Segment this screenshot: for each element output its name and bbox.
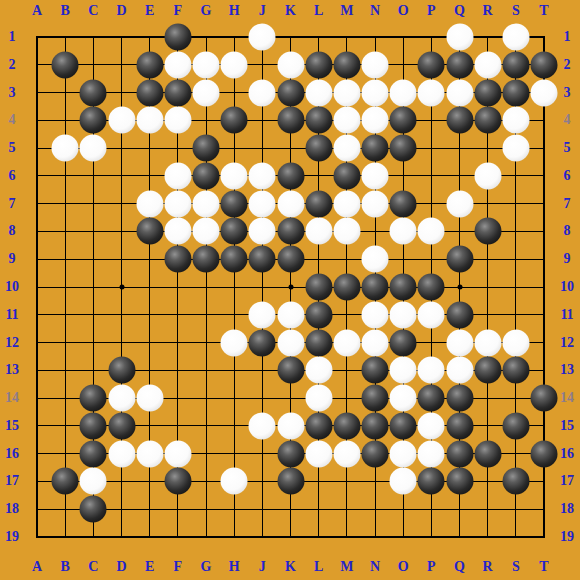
intersection-L2 bbox=[305, 51, 333, 79]
intersection-D18[interactable] bbox=[108, 495, 136, 523]
intersection-A4[interactable] bbox=[23, 106, 51, 134]
intersection-B2 bbox=[51, 51, 79, 79]
intersection-S3 bbox=[502, 79, 530, 107]
intersection-T11[interactable] bbox=[530, 301, 558, 329]
intersection-T18[interactable] bbox=[530, 495, 558, 523]
white-stone-B5 bbox=[52, 135, 79, 162]
intersection-A7[interactable] bbox=[23, 190, 51, 218]
white-stone-K2 bbox=[277, 51, 304, 78]
intersection-G18[interactable] bbox=[192, 495, 220, 523]
intersection-L6[interactable] bbox=[305, 162, 333, 190]
intersection-K19[interactable] bbox=[277, 523, 305, 551]
intersection-B15[interactable] bbox=[51, 412, 79, 440]
white-stone-F8 bbox=[164, 218, 191, 245]
intersection-T10[interactable] bbox=[530, 273, 558, 301]
intersection-E15[interactable] bbox=[136, 412, 164, 440]
row-label-right-11: 11 bbox=[560, 308, 573, 322]
black-stone-G9 bbox=[193, 246, 220, 273]
intersection-G19[interactable] bbox=[192, 523, 220, 551]
intersection-Q6[interactable] bbox=[446, 162, 474, 190]
intersection-P4[interactable] bbox=[417, 106, 445, 134]
intersection-D3[interactable] bbox=[108, 79, 136, 107]
black-stone-F3 bbox=[164, 79, 191, 106]
intersection-T2 bbox=[530, 51, 558, 79]
intersection-R4 bbox=[474, 106, 502, 134]
intersection-E1[interactable] bbox=[136, 23, 164, 51]
intersection-A5[interactable] bbox=[23, 134, 51, 162]
intersection-B19[interactable] bbox=[51, 523, 79, 551]
intersection-H16[interactable] bbox=[220, 440, 248, 468]
col-label-bottom-J: J bbox=[259, 560, 266, 574]
black-stone-P10 bbox=[418, 274, 445, 301]
intersection-F13[interactable] bbox=[164, 356, 192, 384]
intersection-T9[interactable] bbox=[530, 245, 558, 273]
intersection-R19[interactable] bbox=[474, 523, 502, 551]
intersection-E19[interactable] bbox=[136, 523, 164, 551]
intersection-H7 bbox=[220, 190, 248, 218]
intersection-L7 bbox=[305, 190, 333, 218]
intersection-H14[interactable] bbox=[220, 384, 248, 412]
intersection-B1[interactable] bbox=[51, 23, 79, 51]
intersection-G15[interactable] bbox=[192, 412, 220, 440]
black-stone-B17 bbox=[52, 468, 79, 495]
intersection-N1[interactable] bbox=[361, 23, 389, 51]
col-label-top-L: L bbox=[314, 4, 323, 18]
intersection-L8 bbox=[305, 217, 333, 245]
intersection-L11 bbox=[305, 301, 333, 329]
intersection-A14[interactable] bbox=[23, 384, 51, 412]
intersection-N18[interactable] bbox=[361, 495, 389, 523]
intersection-A6[interactable] bbox=[23, 162, 51, 190]
intersection-K5[interactable] bbox=[277, 134, 305, 162]
black-stone-C14 bbox=[80, 385, 107, 412]
intersection-B9[interactable] bbox=[51, 245, 79, 273]
intersection-B10[interactable] bbox=[51, 273, 79, 301]
intersection-E10[interactable] bbox=[136, 273, 164, 301]
col-label-bottom-Q: Q bbox=[454, 560, 465, 574]
intersection-G14[interactable] bbox=[192, 384, 220, 412]
intersection-S19[interactable] bbox=[502, 523, 530, 551]
intersection-S7[interactable] bbox=[502, 190, 530, 218]
intersection-S18[interactable] bbox=[502, 495, 530, 523]
intersection-D11[interactable] bbox=[108, 301, 136, 329]
intersection-M12 bbox=[333, 329, 361, 357]
intersection-M5 bbox=[333, 134, 361, 162]
intersection-P18[interactable] bbox=[417, 495, 445, 523]
black-stone-N5 bbox=[362, 135, 389, 162]
intersection-A16[interactable] bbox=[23, 440, 51, 468]
intersection-C12[interactable] bbox=[79, 329, 107, 357]
black-stone-R8 bbox=[474, 218, 501, 245]
intersection-D2[interactable] bbox=[108, 51, 136, 79]
white-stone-Q13 bbox=[446, 357, 473, 384]
intersection-S13 bbox=[502, 356, 530, 384]
intersection-B4[interactable] bbox=[51, 106, 79, 134]
intersection-H3[interactable] bbox=[220, 79, 248, 107]
intersection-G17[interactable] bbox=[192, 467, 220, 495]
intersection-O9[interactable] bbox=[389, 245, 417, 273]
white-stone-E14 bbox=[136, 385, 163, 412]
intersection-O5 bbox=[389, 134, 417, 162]
intersection-B11[interactable] bbox=[51, 301, 79, 329]
intersection-D19[interactable] bbox=[108, 523, 136, 551]
white-stone-L14 bbox=[305, 385, 332, 412]
intersection-T17[interactable] bbox=[530, 467, 558, 495]
intersection-N19[interactable] bbox=[361, 523, 389, 551]
white-stone-M7 bbox=[333, 190, 360, 217]
intersection-K18[interactable] bbox=[277, 495, 305, 523]
intersection-T4[interactable] bbox=[530, 106, 558, 134]
black-stone-N15 bbox=[362, 412, 389, 439]
intersection-C9[interactable] bbox=[79, 245, 107, 273]
intersection-C1[interactable] bbox=[79, 23, 107, 51]
intersection-M16 bbox=[333, 440, 361, 468]
intersection-F12[interactable] bbox=[164, 329, 192, 357]
col-label-top-P: P bbox=[427, 4, 436, 18]
intersection-L10 bbox=[305, 273, 333, 301]
intersection-B7[interactable] bbox=[51, 190, 79, 218]
intersection-G1[interactable] bbox=[192, 23, 220, 51]
intersection-B14[interactable] bbox=[51, 384, 79, 412]
black-stone-D15 bbox=[108, 412, 135, 439]
intersection-O1[interactable] bbox=[389, 23, 417, 51]
intersection-T15[interactable] bbox=[530, 412, 558, 440]
intersection-F1 bbox=[164, 23, 192, 51]
intersection-R7[interactable] bbox=[474, 190, 502, 218]
black-stone-B2 bbox=[52, 51, 79, 78]
intersection-G3 bbox=[192, 79, 220, 107]
intersection-A2[interactable] bbox=[23, 51, 51, 79]
intersection-R18[interactable] bbox=[474, 495, 502, 523]
intersection-J4[interactable] bbox=[248, 106, 276, 134]
intersection-B18[interactable] bbox=[51, 495, 79, 523]
intersection-D10[interactable] bbox=[108, 273, 136, 301]
white-stone-P16 bbox=[418, 440, 445, 467]
intersection-N9 bbox=[361, 245, 389, 273]
intersection-J13[interactable] bbox=[248, 356, 276, 384]
white-stone-L16 bbox=[305, 440, 332, 467]
intersection-H1[interactable] bbox=[220, 23, 248, 51]
intersection-T19[interactable] bbox=[530, 523, 558, 551]
intersection-S11[interactable] bbox=[502, 301, 530, 329]
white-stone-T3 bbox=[531, 79, 558, 106]
intersection-B13[interactable] bbox=[51, 356, 79, 384]
intersection-Q9 bbox=[446, 245, 474, 273]
intersection-R17[interactable] bbox=[474, 467, 502, 495]
intersection-R9[interactable] bbox=[474, 245, 502, 273]
intersection-H17 bbox=[220, 467, 248, 495]
intersection-P11 bbox=[417, 301, 445, 329]
intersection-J19[interactable] bbox=[248, 523, 276, 551]
intersection-E5[interactable] bbox=[136, 134, 164, 162]
intersection-J5[interactable] bbox=[248, 134, 276, 162]
intersection-G2 bbox=[192, 51, 220, 79]
intersection-C6[interactable] bbox=[79, 162, 107, 190]
intersection-P7[interactable] bbox=[417, 190, 445, 218]
intersection-R1[interactable] bbox=[474, 23, 502, 51]
intersection-N11 bbox=[361, 301, 389, 329]
black-stone-S15 bbox=[502, 412, 529, 439]
intersection-R2 bbox=[474, 51, 502, 79]
intersection-Q8[interactable] bbox=[446, 217, 474, 245]
intersection-T6[interactable] bbox=[530, 162, 558, 190]
intersection-E12[interactable] bbox=[136, 329, 164, 357]
intersection-D1[interactable] bbox=[108, 23, 136, 51]
intersection-D8[interactable] bbox=[108, 217, 136, 245]
intersection-G4[interactable] bbox=[192, 106, 220, 134]
intersection-G11[interactable] bbox=[192, 301, 220, 329]
black-stone-D13 bbox=[108, 357, 135, 384]
intersection-B16[interactable] bbox=[51, 440, 79, 468]
intersection-C14 bbox=[79, 384, 107, 412]
intersection-L19[interactable] bbox=[305, 523, 333, 551]
intersection-L9[interactable] bbox=[305, 245, 333, 273]
row-label-right-18: 18 bbox=[560, 502, 574, 516]
row-label-left-14: 14 bbox=[5, 391, 19, 405]
intersection-M9[interactable] bbox=[333, 245, 361, 273]
white-stone-N3 bbox=[362, 79, 389, 106]
intersection-C13[interactable] bbox=[79, 356, 107, 384]
intersection-T8[interactable] bbox=[530, 217, 558, 245]
intersection-O19[interactable] bbox=[389, 523, 417, 551]
intersection-D9[interactable] bbox=[108, 245, 136, 273]
white-stone-P13 bbox=[418, 357, 445, 384]
intersection-M3 bbox=[333, 79, 361, 107]
intersection-S8[interactable] bbox=[502, 217, 530, 245]
intersection-R10[interactable] bbox=[474, 273, 502, 301]
intersection-A3[interactable] bbox=[23, 79, 51, 107]
intersection-M13[interactable] bbox=[333, 356, 361, 384]
intersection-C17 bbox=[79, 467, 107, 495]
intersection-M18[interactable] bbox=[333, 495, 361, 523]
intersection-K10[interactable] bbox=[277, 273, 305, 301]
intersection-P9[interactable] bbox=[417, 245, 445, 273]
white-stone-D16 bbox=[108, 440, 135, 467]
intersection-B8[interactable] bbox=[51, 217, 79, 245]
intersection-C7[interactable] bbox=[79, 190, 107, 218]
black-stone-K16 bbox=[277, 440, 304, 467]
intersection-K14[interactable] bbox=[277, 384, 305, 412]
white-stone-P8 bbox=[418, 218, 445, 245]
intersection-E7 bbox=[136, 190, 164, 218]
col-label-top-J: J bbox=[259, 4, 266, 18]
white-stone-H17 bbox=[221, 468, 248, 495]
intersection-D5[interactable] bbox=[108, 134, 136, 162]
intersection-F10[interactable] bbox=[164, 273, 192, 301]
intersection-G13[interactable] bbox=[192, 356, 220, 384]
intersection-A18[interactable] bbox=[23, 495, 51, 523]
black-stone-K6 bbox=[277, 162, 304, 189]
intersection-A19[interactable] bbox=[23, 523, 51, 551]
row-label-right-9: 9 bbox=[564, 252, 571, 266]
intersection-R14[interactable] bbox=[474, 384, 502, 412]
intersection-H10[interactable] bbox=[220, 273, 248, 301]
intersection-R15[interactable] bbox=[474, 412, 502, 440]
intersection-H11[interactable] bbox=[220, 301, 248, 329]
intersection-C19[interactable] bbox=[79, 523, 107, 551]
intersection-E17[interactable] bbox=[136, 467, 164, 495]
black-stone-H9 bbox=[221, 246, 248, 273]
col-label-top-E: E bbox=[145, 4, 154, 18]
col-label-top-B: B bbox=[60, 4, 69, 18]
intersection-F5[interactable] bbox=[164, 134, 192, 162]
intersection-F11[interactable] bbox=[164, 301, 192, 329]
intersection-T12[interactable] bbox=[530, 329, 558, 357]
white-stone-N11 bbox=[362, 301, 389, 328]
intersection-Q19[interactable] bbox=[446, 523, 474, 551]
intersection-F15[interactable] bbox=[164, 412, 192, 440]
intersection-O6[interactable] bbox=[389, 162, 417, 190]
intersection-N17[interactable] bbox=[361, 467, 389, 495]
intersection-A9[interactable] bbox=[23, 245, 51, 273]
intersection-E13[interactable] bbox=[136, 356, 164, 384]
intersection-M11[interactable] bbox=[333, 301, 361, 329]
intersection-C10[interactable] bbox=[79, 273, 107, 301]
intersection-H19[interactable] bbox=[220, 523, 248, 551]
intersection-M17[interactable] bbox=[333, 467, 361, 495]
intersection-E11[interactable] bbox=[136, 301, 164, 329]
white-stone-D14 bbox=[108, 385, 135, 412]
intersection-D7[interactable] bbox=[108, 190, 136, 218]
intersection-M1[interactable] bbox=[333, 23, 361, 51]
intersection-J14[interactable] bbox=[248, 384, 276, 412]
intersection-D12[interactable] bbox=[108, 329, 136, 357]
intersection-C11[interactable] bbox=[79, 301, 107, 329]
intersection-O14 bbox=[389, 384, 417, 412]
intersection-Q18[interactable] bbox=[446, 495, 474, 523]
intersection-R11[interactable] bbox=[474, 301, 502, 329]
white-stone-O13 bbox=[390, 357, 417, 384]
intersection-B12[interactable] bbox=[51, 329, 79, 357]
intersection-D6[interactable] bbox=[108, 162, 136, 190]
white-stone-J7 bbox=[249, 190, 276, 217]
intersection-S9[interactable] bbox=[502, 245, 530, 273]
intersection-D17[interactable] bbox=[108, 467, 136, 495]
intersection-A1[interactable] bbox=[23, 23, 51, 51]
intersection-O17 bbox=[389, 467, 417, 495]
intersection-R8 bbox=[474, 217, 502, 245]
row-label-right-7: 7 bbox=[564, 197, 571, 211]
intersection-G10[interactable] bbox=[192, 273, 220, 301]
intersection-F18[interactable] bbox=[164, 495, 192, 523]
intersection-K8 bbox=[277, 217, 305, 245]
white-stone-K7 bbox=[277, 190, 304, 217]
intersection-M14[interactable] bbox=[333, 384, 361, 412]
intersection-R5[interactable] bbox=[474, 134, 502, 162]
row-label-right-12: 12 bbox=[560, 336, 574, 350]
white-stone-N12 bbox=[362, 329, 389, 356]
intersection-P14 bbox=[417, 384, 445, 412]
white-stone-K12 bbox=[277, 329, 304, 356]
black-stone-F1 bbox=[164, 24, 191, 51]
intersection-J16[interactable] bbox=[248, 440, 276, 468]
intersection-E9[interactable] bbox=[136, 245, 164, 273]
intersection-Q5[interactable] bbox=[446, 134, 474, 162]
intersection-Q12 bbox=[446, 329, 474, 357]
intersection-A10[interactable] bbox=[23, 273, 51, 301]
intersection-T1[interactable] bbox=[530, 23, 558, 51]
col-label-bottom-B: B bbox=[60, 560, 69, 574]
intersection-B6[interactable] bbox=[51, 162, 79, 190]
intersection-O18[interactable] bbox=[389, 495, 417, 523]
intersection-H5[interactable] bbox=[220, 134, 248, 162]
intersection-H13[interactable] bbox=[220, 356, 248, 384]
intersection-L17[interactable] bbox=[305, 467, 333, 495]
intersection-T7[interactable] bbox=[530, 190, 558, 218]
intersection-L1[interactable] bbox=[305, 23, 333, 51]
intersection-S4 bbox=[502, 106, 530, 134]
intersection-Q10[interactable] bbox=[446, 273, 474, 301]
intersection-K12 bbox=[277, 329, 305, 357]
intersection-E6[interactable] bbox=[136, 162, 164, 190]
intersection-L5 bbox=[305, 134, 333, 162]
black-stone-T14 bbox=[531, 385, 558, 412]
intersection-P5[interactable] bbox=[417, 134, 445, 162]
col-label-bottom-G: G bbox=[201, 560, 212, 574]
intersection-L18[interactable] bbox=[305, 495, 333, 523]
intersection-N8[interactable] bbox=[361, 217, 389, 245]
intersection-T13[interactable] bbox=[530, 356, 558, 384]
intersection-P6[interactable] bbox=[417, 162, 445, 190]
intersection-G16[interactable] bbox=[192, 440, 220, 468]
intersection-F14[interactable] bbox=[164, 384, 192, 412]
intersection-E18[interactable] bbox=[136, 495, 164, 523]
intersection-K1[interactable] bbox=[277, 23, 305, 51]
intersection-P1[interactable] bbox=[417, 23, 445, 51]
intersection-T5[interactable] bbox=[530, 134, 558, 162]
intersection-C2[interactable] bbox=[79, 51, 107, 79]
intersection-A17[interactable] bbox=[23, 467, 51, 495]
intersection-H12 bbox=[220, 329, 248, 357]
intersection-P19[interactable] bbox=[417, 523, 445, 551]
intersection-S6[interactable] bbox=[502, 162, 530, 190]
intersection-S16[interactable] bbox=[502, 440, 530, 468]
intersection-C8[interactable] bbox=[79, 217, 107, 245]
intersection-J2[interactable] bbox=[248, 51, 276, 79]
intersection-S10[interactable] bbox=[502, 273, 530, 301]
intersection-J17[interactable] bbox=[248, 467, 276, 495]
intersection-N3 bbox=[361, 79, 389, 107]
intersection-F19[interactable] bbox=[164, 523, 192, 551]
intersection-S15 bbox=[502, 412, 530, 440]
intersection-J10[interactable] bbox=[248, 273, 276, 301]
intersection-S14[interactable] bbox=[502, 384, 530, 412]
intersection-M7 bbox=[333, 190, 361, 218]
intersection-J15 bbox=[248, 412, 276, 440]
intersection-T14 bbox=[530, 384, 558, 412]
intersection-O2[interactable] bbox=[389, 51, 417, 79]
intersection-H18[interactable] bbox=[220, 495, 248, 523]
intersection-B3[interactable] bbox=[51, 79, 79, 107]
intersection-A15[interactable] bbox=[23, 412, 51, 440]
white-stone-M8 bbox=[333, 218, 360, 245]
black-stone-M15 bbox=[333, 412, 360, 439]
black-stone-O5 bbox=[390, 135, 417, 162]
intersection-K11 bbox=[277, 301, 305, 329]
intersection-A8[interactable] bbox=[23, 217, 51, 245]
intersection-K15 bbox=[277, 412, 305, 440]
intersection-A13[interactable] bbox=[23, 356, 51, 384]
intersection-G12[interactable] bbox=[192, 329, 220, 357]
intersection-M19[interactable] bbox=[333, 523, 361, 551]
intersection-P12[interactable] bbox=[417, 329, 445, 357]
intersection-A11[interactable] bbox=[23, 301, 51, 329]
intersection-H15[interactable] bbox=[220, 412, 248, 440]
intersection-N7 bbox=[361, 190, 389, 218]
row-label-left-2: 2 bbox=[9, 58, 16, 72]
intersection-A12[interactable] bbox=[23, 329, 51, 357]
intersection-J18[interactable] bbox=[248, 495, 276, 523]
